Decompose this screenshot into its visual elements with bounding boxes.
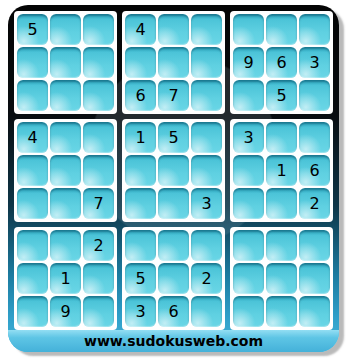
cell-r4c8[interactable] [266,122,297,153]
cell-r3c3[interactable] [83,80,114,111]
cell-r9c9[interactable] [299,296,330,327]
cell-r1c8[interactable] [266,14,297,45]
sudoku-board: 546796354715331622195236 [14,11,333,330]
cell-r8c7[interactable] [233,263,264,294]
cell-r4c6[interactable] [191,122,222,153]
cell-r1c2[interactable] [50,14,81,45]
cell-r3c8[interactable]: 5 [266,80,297,111]
cell-r3c1[interactable] [17,80,48,111]
cell-r6c5[interactable] [158,188,189,219]
box-3-1: 219 [14,227,117,330]
cell-r7c7[interactable] [233,230,264,261]
box-1-1: 5 [14,11,117,114]
cell-r6c4[interactable] [125,188,156,219]
cell-r7c8[interactable] [266,230,297,261]
cell-r4c2[interactable] [50,122,81,153]
website-url: www.sudokusweb.com [84,333,263,349]
cell-r2c9[interactable]: 3 [299,47,330,78]
cell-r2c6[interactable] [191,47,222,78]
cell-r8c1[interactable] [17,263,48,294]
cell-r7c6[interactable] [191,230,222,261]
cell-r2c3[interactable] [83,47,114,78]
cell-r7c3[interactable]: 2 [83,230,114,261]
cell-r6c9[interactable]: 2 [299,188,330,219]
cell-r5c6[interactable] [191,155,222,186]
cell-r9c1[interactable] [17,296,48,327]
cell-r6c2[interactable] [50,188,81,219]
cell-r1c7[interactable] [233,14,264,45]
footer-bar: www.sudokusweb.com [8,330,339,352]
cell-r3c5[interactable]: 7 [158,80,189,111]
cell-r9c4[interactable]: 3 [125,296,156,327]
cell-r1c9[interactable] [299,14,330,45]
cell-r4c5[interactable]: 5 [158,122,189,153]
cell-r4c1[interactable]: 4 [17,122,48,153]
cell-r5c2[interactable] [50,155,81,186]
cell-r8c5[interactable] [158,263,189,294]
cell-r3c9[interactable] [299,80,330,111]
box-3-3 [230,227,333,330]
cell-r3c2[interactable] [50,80,81,111]
cell-r1c6[interactable] [191,14,222,45]
cell-r4c7[interactable]: 3 [233,122,264,153]
cell-r9c2[interactable]: 9 [50,296,81,327]
cell-r7c9[interactable] [299,230,330,261]
cell-r8c9[interactable] [299,263,330,294]
cell-r9c6[interactable] [191,296,222,327]
cell-r5c3[interactable] [83,155,114,186]
cell-r5c9[interactable]: 6 [299,155,330,186]
box-2-1: 47 [14,119,117,222]
cell-r8c3[interactable] [83,263,114,294]
box-2-3: 3162 [230,119,333,222]
cell-r3c6[interactable] [191,80,222,111]
box-1-3: 9635 [230,11,333,114]
cell-r1c3[interactable] [83,14,114,45]
cell-r5c1[interactable] [17,155,48,186]
box-3-2: 5236 [122,227,225,330]
cell-r6c1[interactable] [17,188,48,219]
cell-r1c1[interactable]: 5 [17,14,48,45]
cell-r9c5[interactable]: 6 [158,296,189,327]
cell-r8c4[interactable]: 5 [125,263,156,294]
cell-r4c4[interactable]: 1 [125,122,156,153]
cell-r2c2[interactable] [50,47,81,78]
cell-r2c5[interactable] [158,47,189,78]
cell-r5c5[interactable] [158,155,189,186]
cell-r5c8[interactable]: 1 [266,155,297,186]
box-1-2: 467 [122,11,225,114]
cell-r6c7[interactable] [233,188,264,219]
cell-r7c5[interactable] [158,230,189,261]
cell-r2c8[interactable]: 6 [266,47,297,78]
cell-r5c7[interactable] [233,155,264,186]
cell-r4c3[interactable] [83,122,114,153]
cell-r6c3[interactable]: 7 [83,188,114,219]
cell-r9c8[interactable] [266,296,297,327]
cell-r2c7[interactable]: 9 [233,47,264,78]
cell-r7c2[interactable] [50,230,81,261]
cell-r9c3[interactable] [83,296,114,327]
cell-r7c1[interactable] [17,230,48,261]
cell-r8c2[interactable]: 1 [50,263,81,294]
cell-r1c4[interactable]: 4 [125,14,156,45]
sudoku-frame: 546796354715331622195236 www.sudokusweb.… [8,5,339,352]
cell-r7c4[interactable] [125,230,156,261]
cell-r9c7[interactable] [233,296,264,327]
cell-r2c1[interactable] [17,47,48,78]
cell-r8c8[interactable] [266,263,297,294]
cell-r5c4[interactable] [125,155,156,186]
cell-r1c5[interactable] [158,14,189,45]
cell-r4c9[interactable] [299,122,330,153]
cell-r6c6[interactable]: 3 [191,188,222,219]
cell-r2c4[interactable] [125,47,156,78]
cell-r3c4[interactable]: 6 [125,80,156,111]
cell-r8c6[interactable]: 2 [191,263,222,294]
box-2-2: 153 [122,119,225,222]
cell-r6c8[interactable] [266,188,297,219]
cell-r3c7[interactable] [233,80,264,111]
